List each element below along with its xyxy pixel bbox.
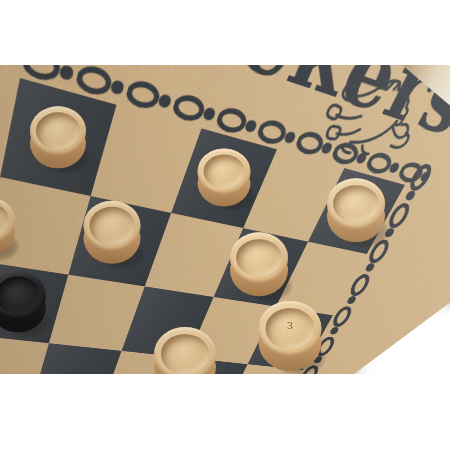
piece-recess	[203, 154, 244, 188]
piece-stamp: 3	[259, 320, 322, 331]
checker-wood-c7r0[interactable]	[327, 178, 385, 243]
piece-recess	[333, 185, 378, 223]
checker-wood-c6r3[interactable]	[154, 327, 216, 374]
checker-wood-c4r1[interactable]	[84, 201, 141, 265]
checker-wood-c7r2[interactable]: 3	[259, 301, 322, 372]
checker-black-c3r2[interactable]	[0, 270, 46, 333]
piece-recess	[0, 277, 40, 314]
checker-wood-c3r0[interactable]	[30, 106, 86, 169]
piece-recess	[36, 113, 80, 150]
piece-recess	[236, 239, 281, 277]
checker-wood-c6r1[interactable]	[230, 232, 288, 297]
piece-recess	[161, 334, 209, 374]
checker-wood-c5r0[interactable]	[198, 149, 251, 208]
checker-wood-c2r1[interactable]	[0, 197, 15, 257]
photo-coordinate-layer: Checkers	[0, 65, 450, 374]
board-photo: Checkers	[0, 65, 450, 374]
piece-recess	[90, 207, 134, 244]
